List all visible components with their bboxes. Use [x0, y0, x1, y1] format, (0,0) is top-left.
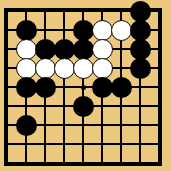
white-stone: ●	[54, 58, 75, 79]
white-stone: ●	[35, 58, 56, 79]
screenshot-root: ●●●●●●●●●●●●●●●●●●●●●●●●	[0, 0, 171, 171]
black-stone: ●	[73, 39, 94, 60]
black-stone: ●	[16, 20, 37, 41]
white-stone: ●	[92, 39, 113, 60]
black-stone: ●	[35, 39, 56, 60]
black-stone: ●	[54, 39, 75, 60]
black-stone: ●	[92, 77, 113, 98]
white-stone: ●	[92, 58, 113, 79]
black-stone: ●	[35, 77, 56, 98]
black-stone: ●	[111, 77, 132, 98]
white-stone: ●	[73, 58, 94, 79]
black-stone: ●	[130, 1, 151, 22]
black-stone: ●	[130, 58, 151, 79]
black-stone: ●	[73, 96, 94, 117]
white-stone: ●	[16, 39, 37, 60]
white-stone: ●	[16, 58, 37, 79]
black-stone: ●	[130, 20, 151, 41]
go-board[interactable]: ●●●●●●●●●●●●●●●●●●●●●●●●	[4, 8, 162, 166]
black-stone: ●	[130, 39, 151, 60]
white-stone: ●	[92, 20, 113, 41]
black-stone: ●	[16, 77, 37, 98]
black-stone: ●	[73, 20, 94, 41]
black-stone: ●	[16, 115, 37, 136]
star-point	[81, 85, 86, 90]
white-stone: ●	[111, 20, 132, 41]
